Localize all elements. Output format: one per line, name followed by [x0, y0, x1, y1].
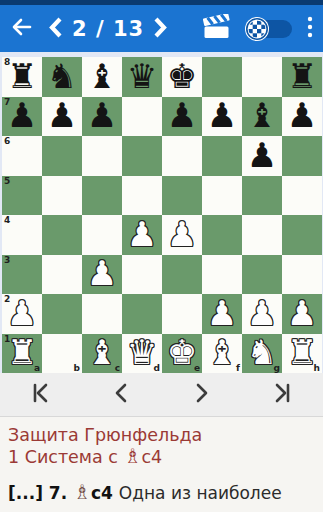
- chevron-right-icon: [153, 17, 168, 41]
- square-g2[interactable]: ♟: [242, 294, 282, 334]
- black-pawn: ♟: [2, 97, 42, 136]
- rank-label: 6: [4, 136, 10, 146]
- move-navigation-bar: [0, 373, 323, 417]
- square-f1[interactable]: f♝: [202, 334, 242, 374]
- next-move-button[interactable]: [162, 373, 243, 416]
- square-h1[interactable]: h♜: [282, 334, 322, 374]
- kebab-menu-icon: [307, 16, 313, 41]
- chevron-left-icon: [108, 381, 134, 408]
- rank-label: 5: [4, 176, 10, 186]
- square-g6[interactable]: ♟: [242, 136, 282, 176]
- black-pawn: ♟: [282, 97, 322, 136]
- black-bishop: ♝: [242, 97, 282, 136]
- skip-first-icon: [27, 381, 53, 408]
- square-b3[interactable]: [42, 255, 82, 295]
- white-bishop: ♝: [202, 334, 242, 373]
- white-bishop: ♝: [82, 334, 122, 373]
- square-b6[interactable]: [42, 136, 82, 176]
- last-move-button[interactable]: [242, 373, 323, 416]
- black-king: ♚: [162, 57, 202, 96]
- square-h3[interactable]: [282, 255, 322, 295]
- white-pawn: ♟: [242, 294, 282, 333]
- square-d5[interactable]: [122, 176, 162, 216]
- square-h2[interactable]: ♟: [282, 294, 322, 334]
- square-d7[interactable]: [122, 97, 162, 137]
- square-g3[interactable]: [242, 255, 282, 295]
- app-bar-actions: [203, 14, 313, 43]
- square-e7[interactable]: ♟: [162, 97, 202, 137]
- square-g7[interactable]: ♝: [242, 97, 282, 137]
- square-e6[interactable]: [162, 136, 202, 176]
- move-number: [...] 7.: [8, 483, 73, 503]
- move-commentary: [...] 7. ♗c4 Одна из наиболее популярных…: [8, 481, 315, 512]
- square-g1[interactable]: g♞: [242, 334, 282, 374]
- black-rook: ♜: [282, 57, 322, 96]
- checkered-board-icon: [244, 16, 270, 46]
- white-queen: ♛: [122, 334, 162, 373]
- arrow-left-icon: [10, 15, 34, 42]
- kebab-menu-button[interactable]: [307, 16, 313, 41]
- board-view-toggle[interactable]: [244, 16, 294, 42]
- board-area: 8♜♞♝♛♚♜7♟♟♟♟♟♝♟6♟54♟♟3♟2♟♟♟♟1a♜bc♝d♛e♚f♝…: [0, 57, 323, 373]
- square-g5[interactable]: [242, 176, 282, 216]
- square-e4[interactable]: ♟: [162, 215, 202, 255]
- app-bar: 2 / 13: [0, 5, 323, 52]
- black-pawn: ♟: [242, 136, 282, 175]
- square-c4[interactable]: [82, 215, 122, 255]
- square-c3[interactable]: ♟: [82, 255, 122, 295]
- counter-prev-button[interactable]: [48, 17, 63, 41]
- square-e3[interactable]: [162, 255, 202, 295]
- square-d4[interactable]: ♟: [122, 215, 162, 255]
- chess-board[interactable]: 8♜♞♝♛♚♜7♟♟♟♟♟♝♟6♟54♟♟3♟2♟♟♟♟1a♜bc♝d♛e♚f♝…: [2, 57, 322, 373]
- square-f2[interactable]: ♟: [202, 294, 242, 334]
- chess-app-window: 2 / 13: [0, 0, 323, 512]
- square-c6[interactable]: [82, 136, 122, 176]
- square-c8[interactable]: ♝: [82, 57, 122, 97]
- white-rook: ♜: [282, 334, 322, 373]
- square-a2[interactable]: 2♟: [2, 294, 42, 334]
- square-g8[interactable]: [242, 57, 282, 97]
- variation-name: 1 Система с: [8, 447, 124, 467]
- black-knight: ♞: [42, 57, 82, 96]
- square-h8[interactable]: ♜: [282, 57, 322, 97]
- move-text: c4: [91, 483, 119, 503]
- square-b5[interactable]: [42, 176, 82, 216]
- square-a4[interactable]: 4: [2, 215, 42, 255]
- black-pawn: ♟: [82, 97, 122, 136]
- white-knight: ♞: [242, 334, 282, 373]
- square-b1[interactable]: b: [42, 334, 82, 374]
- square-d1[interactable]: d♛: [122, 334, 162, 374]
- square-f5[interactable]: [202, 176, 242, 216]
- square-e1[interactable]: e♚: [162, 334, 202, 374]
- square-f4[interactable]: [202, 215, 242, 255]
- square-d8[interactable]: ♛: [122, 57, 162, 97]
- square-b8[interactable]: ♞: [42, 57, 82, 97]
- animation-button[interactable]: [203, 14, 231, 43]
- file-label: b: [74, 363, 80, 373]
- black-pawn: ♟: [42, 97, 82, 136]
- square-f6[interactable]: [202, 136, 242, 176]
- square-c5[interactable]: [82, 176, 122, 216]
- square-a5[interactable]: 5: [2, 176, 42, 216]
- black-rook: ♜: [2, 57, 42, 96]
- white-pawn: ♟: [282, 294, 322, 333]
- counter-text: 2 / 13: [72, 17, 144, 41]
- white-pawn: ♟: [162, 215, 202, 254]
- first-move-button[interactable]: [0, 373, 81, 416]
- square-e2[interactable]: [162, 294, 202, 334]
- black-queen: ♛: [122, 57, 162, 96]
- square-d2[interactable]: [122, 294, 162, 334]
- rank-label: 3: [4, 255, 10, 265]
- square-a7[interactable]: 7♟: [2, 97, 42, 137]
- square-g4[interactable]: [242, 215, 282, 255]
- skip-last-icon: [270, 381, 296, 408]
- annotation-panel: Защита Грюнфельда 1 Система с ♗c4 [...] …: [0, 417, 323, 512]
- black-bishop: ♝: [82, 57, 122, 96]
- square-f7[interactable]: ♟: [202, 97, 242, 137]
- square-c7[interactable]: ♟: [82, 97, 122, 137]
- square-b4[interactable]: [42, 215, 82, 255]
- black-pawn: ♟: [162, 97, 202, 136]
- square-f8[interactable]: [202, 57, 242, 97]
- square-c1[interactable]: c♝: [82, 334, 122, 374]
- counter-next-button[interactable]: [153, 17, 168, 41]
- variation-move: c4: [141, 447, 162, 467]
- rank-label: 4: [4, 215, 10, 225]
- square-b2[interactable]: [42, 294, 82, 334]
- square-a6[interactable]: 6: [2, 136, 42, 176]
- bishop-icon: ♗: [73, 480, 91, 504]
- square-d6[interactable]: [122, 136, 162, 176]
- move-counter: 2 / 13: [48, 17, 168, 41]
- bishop-icon: ♗: [124, 444, 142, 468]
- square-e5[interactable]: [162, 176, 202, 216]
- variation-title: 1 Система с ♗c4: [8, 446, 315, 468]
- white-rook: ♜: [2, 334, 42, 373]
- white-pawn: ♟: [2, 294, 42, 333]
- square-f3[interactable]: [202, 255, 242, 295]
- square-e8[interactable]: ♚: [162, 57, 202, 97]
- square-a1[interactable]: 1a♜: [2, 334, 42, 374]
- chevron-right-icon: [189, 381, 215, 408]
- white-king: ♚: [162, 334, 202, 373]
- back-button[interactable]: [10, 15, 34, 42]
- square-h4[interactable]: [282, 215, 322, 255]
- chevron-left-icon: [48, 17, 63, 41]
- square-a3[interactable]: 3: [2, 255, 42, 295]
- square-d3[interactable]: [122, 255, 162, 295]
- white-pawn: ♟: [122, 215, 162, 254]
- square-b7[interactable]: ♟: [42, 97, 82, 137]
- opening-title: Защита Грюнфельда: [8, 424, 315, 446]
- white-pawn: ♟: [202, 294, 242, 333]
- square-c2[interactable]: [82, 294, 122, 334]
- clapperboard-icon: [203, 14, 231, 43]
- square-h6[interactable]: [282, 136, 322, 176]
- black-pawn: ♟: [202, 97, 242, 136]
- square-h5[interactable]: [282, 176, 322, 216]
- square-h7[interactable]: ♟: [282, 97, 322, 137]
- square-a8[interactable]: 8♜: [2, 57, 42, 97]
- white-pawn: ♟: [82, 255, 122, 294]
- opening-name: Защита Грюнфельда: [8, 425, 202, 445]
- previous-move-button[interactable]: [81, 373, 162, 416]
